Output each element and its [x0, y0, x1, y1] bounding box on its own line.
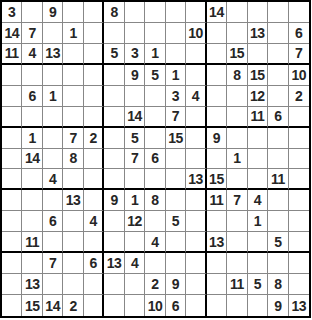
cell-r1c15[interactable]	[289, 2, 309, 23]
cell-r13c5[interactable]: 6	[84, 253, 104, 274]
cell-r6c12[interactable]	[227, 107, 247, 128]
cell-r5c5[interactable]	[84, 86, 104, 107]
cell-r14c11[interactable]	[207, 274, 227, 295]
cell-r7c2[interactable]: 1	[22, 128, 42, 149]
cell-r11c2[interactable]	[22, 211, 42, 232]
cell-r5c4[interactable]	[63, 86, 83, 107]
cell-r10c10[interactable]	[186, 190, 206, 211]
cell-r14c8[interactable]: 2	[145, 274, 165, 295]
cell-r9c10[interactable]: 13	[186, 169, 206, 190]
cell-r5c13[interactable]: 12	[248, 86, 268, 107]
cell-r8c1[interactable]	[2, 149, 22, 170]
cell-r12c4[interactable]	[63, 232, 83, 253]
cell-r5c2[interactable]: 6	[22, 86, 42, 107]
cell-r2c15[interactable]: 6	[289, 23, 309, 44]
cell-r3c5[interactable]	[84, 44, 104, 65]
cell-r1c8[interactable]	[145, 2, 165, 23]
cell-r3c10[interactable]	[186, 44, 206, 65]
cell-r14c12[interactable]: 11	[227, 274, 247, 295]
cell-r5c6[interactable]	[104, 86, 124, 107]
cell-r9c1[interactable]	[2, 169, 22, 190]
cell-r9c15[interactable]	[289, 169, 309, 190]
cell-r6c7[interactable]: 14	[125, 107, 145, 128]
cell-r7c10[interactable]	[186, 128, 206, 149]
cell-r10c2[interactable]	[22, 190, 42, 211]
cell-r13c8[interactable]	[145, 253, 165, 274]
cell-r15c9[interactable]: 6	[166, 295, 186, 316]
cell-r11c14[interactable]	[268, 211, 288, 232]
cell-r14c15[interactable]	[289, 274, 309, 295]
cell-r14c4[interactable]	[63, 274, 83, 295]
cell-r4c15[interactable]: 10	[289, 65, 309, 86]
cell-r8c15[interactable]	[289, 149, 309, 170]
cell-r11c15[interactable]	[289, 211, 309, 232]
cell-r1c11[interactable]: 14	[207, 2, 227, 23]
cell-r8c6[interactable]	[104, 149, 124, 170]
cell-r1c12[interactable]	[227, 2, 247, 23]
cell-r15c3[interactable]: 14	[43, 295, 63, 316]
cell-r12c11[interactable]: 13	[207, 232, 227, 253]
cell-r12c13[interactable]	[248, 232, 268, 253]
cell-r3c12[interactable]: 15	[227, 44, 247, 65]
cell-r12c9[interactable]	[166, 232, 186, 253]
cell-r8c4[interactable]: 8	[63, 149, 83, 170]
cell-r7c1[interactable]	[2, 128, 22, 149]
cell-r15c15[interactable]: 13	[289, 295, 309, 316]
cell-r1c6[interactable]: 8	[104, 2, 124, 23]
cell-r7c15[interactable]	[289, 128, 309, 149]
cell-r12c12[interactable]	[227, 232, 247, 253]
cell-r10c11[interactable]: 11	[207, 190, 227, 211]
cell-r12c10[interactable]	[186, 232, 206, 253]
cell-r10c1[interactable]	[2, 190, 22, 211]
cell-r11c5[interactable]: 4	[84, 211, 104, 232]
cell-r1c3[interactable]: 9	[43, 2, 63, 23]
cell-r7c9[interactable]: 15	[166, 128, 186, 149]
cell-r14c10[interactable]	[186, 274, 206, 295]
cell-r5c10[interactable]: 4	[186, 86, 206, 107]
cell-r1c4[interactable]	[63, 2, 83, 23]
cell-r13c1[interactable]	[2, 253, 22, 274]
cell-r3c13[interactable]	[248, 44, 268, 65]
cell-r6c14[interactable]: 6	[268, 107, 288, 128]
cell-r3c1[interactable]: 11	[2, 44, 22, 65]
cell-r15c1[interactable]	[2, 295, 22, 316]
cell-r8c7[interactable]: 7	[125, 149, 145, 170]
cell-r2c5[interactable]	[84, 23, 104, 44]
cell-r15c6[interactable]	[104, 295, 124, 316]
cell-r14c14[interactable]: 8	[268, 274, 288, 295]
cell-r9c3[interactable]: 4	[43, 169, 63, 190]
cell-r11c10[interactable]	[186, 211, 206, 232]
cell-r15c5[interactable]	[84, 295, 104, 316]
cell-r11c6[interactable]	[104, 211, 124, 232]
cell-r1c1[interactable]: 3	[2, 2, 22, 23]
cell-r11c12[interactable]	[227, 211, 247, 232]
cell-r1c9[interactable]	[166, 2, 186, 23]
cell-r12c3[interactable]	[43, 232, 63, 253]
cell-r11c8[interactable]	[145, 211, 165, 232]
cell-r4c6[interactable]	[104, 65, 124, 86]
cell-r1c2[interactable]	[22, 2, 42, 23]
cell-r12c5[interactable]	[84, 232, 104, 253]
cell-r6c2[interactable]	[22, 107, 42, 128]
cell-r1c14[interactable]	[268, 2, 288, 23]
cell-r10c8[interactable]: 8	[145, 190, 165, 211]
cell-r10c3[interactable]	[43, 190, 63, 211]
cell-r3c14[interactable]	[268, 44, 288, 65]
cell-r11c9[interactable]: 5	[166, 211, 186, 232]
cell-r10c12[interactable]: 7	[227, 190, 247, 211]
cell-r7c11[interactable]: 9	[207, 128, 227, 149]
cell-r7c7[interactable]: 5	[125, 128, 145, 149]
cell-r4c13[interactable]: 15	[248, 65, 268, 86]
cell-r11c1[interactable]	[2, 211, 22, 232]
cell-r8c3[interactable]	[43, 149, 63, 170]
cell-r15c7[interactable]	[125, 295, 145, 316]
cell-r7c12[interactable]	[227, 128, 247, 149]
cell-r4c4[interactable]	[63, 65, 83, 86]
cell-r13c7[interactable]: 4	[125, 253, 145, 274]
cell-r2c4[interactable]: 1	[63, 23, 83, 44]
cell-r9c7[interactable]	[125, 169, 145, 190]
cell-r7c3[interactable]	[43, 128, 63, 149]
cell-r14c9[interactable]: 9	[166, 274, 186, 295]
cell-r3c3[interactable]: 13	[43, 44, 63, 65]
cell-r2c7[interactable]	[125, 23, 145, 44]
cell-r13c2[interactable]	[22, 253, 42, 274]
cell-r4c3[interactable]	[43, 65, 63, 86]
cell-r15c14[interactable]: 9	[268, 295, 288, 316]
cell-r3c2[interactable]: 4	[22, 44, 42, 65]
cell-r13c10[interactable]	[186, 253, 206, 274]
cell-r3c9[interactable]	[166, 44, 186, 65]
cell-r11c11[interactable]	[207, 211, 227, 232]
cell-r2c1[interactable]: 14	[2, 23, 22, 44]
cell-r5c8[interactable]	[145, 86, 165, 107]
cell-r6c10[interactable]	[186, 107, 206, 128]
cell-r9c14[interactable]: 11	[268, 169, 288, 190]
cell-r6c11[interactable]	[207, 107, 227, 128]
cell-r6c4[interactable]	[63, 107, 83, 128]
cell-r3c11[interactable]	[207, 44, 227, 65]
cell-r5c14[interactable]	[268, 86, 288, 107]
cell-r14c2[interactable]: 13	[22, 274, 42, 295]
cell-r4c7[interactable]: 9	[125, 65, 145, 86]
cell-r2c6[interactable]	[104, 23, 124, 44]
cell-r1c7[interactable]	[125, 2, 145, 23]
cell-r4c10[interactable]	[186, 65, 206, 86]
cell-r10c13[interactable]: 4	[248, 190, 268, 211]
cell-r10c14[interactable]	[268, 190, 288, 211]
cell-r4c14[interactable]	[268, 65, 288, 86]
cell-r8c8[interactable]: 6	[145, 149, 165, 170]
cell-r11c7[interactable]: 12	[125, 211, 145, 232]
cell-r8c14[interactable]	[268, 149, 288, 170]
cell-r2c2[interactable]: 7	[22, 23, 42, 44]
cell-r2c11[interactable]	[207, 23, 227, 44]
cell-r15c12[interactable]	[227, 295, 247, 316]
cell-r6c13[interactable]: 11	[248, 107, 268, 128]
cell-r9c2[interactable]	[22, 169, 42, 190]
cell-r1c10[interactable]	[186, 2, 206, 23]
cell-r6c6[interactable]	[104, 107, 124, 128]
cell-r8c9[interactable]	[166, 149, 186, 170]
cell-r8c10[interactable]	[186, 149, 206, 170]
cell-r5c15[interactable]: 2	[289, 86, 309, 107]
cell-r5c9[interactable]: 3	[166, 86, 186, 107]
cell-r4c9[interactable]: 1	[166, 65, 186, 86]
cell-r13c6[interactable]: 13	[104, 253, 124, 274]
cell-r2c9[interactable]	[166, 23, 186, 44]
cell-r8c13[interactable]	[248, 149, 268, 170]
cell-r14c6[interactable]	[104, 274, 124, 295]
cell-r1c13[interactable]	[248, 2, 268, 23]
cell-r4c12[interactable]: 8	[227, 65, 247, 86]
cell-r3c6[interactable]: 5	[104, 44, 124, 65]
cell-r10c4[interactable]: 13	[63, 190, 83, 211]
cell-r10c15[interactable]	[289, 190, 309, 211]
cell-r6c1[interactable]	[2, 107, 22, 128]
cell-r3c15[interactable]: 7	[289, 44, 309, 65]
cell-r11c3[interactable]: 6	[43, 211, 63, 232]
cell-r2c3[interactable]	[43, 23, 63, 44]
cell-r8c5[interactable]	[84, 149, 104, 170]
cell-r11c4[interactable]	[63, 211, 83, 232]
cell-r13c9[interactable]	[166, 253, 186, 274]
cell-r4c11[interactable]	[207, 65, 227, 86]
cell-r13c12[interactable]	[227, 253, 247, 274]
cell-r10c5[interactable]	[84, 190, 104, 211]
cell-r10c6[interactable]: 9	[104, 190, 124, 211]
cell-r7c6[interactable]	[104, 128, 124, 149]
cell-r13c13[interactable]	[248, 253, 268, 274]
cell-r4c1[interactable]	[2, 65, 22, 86]
cell-r5c3[interactable]: 1	[43, 86, 63, 107]
sudoku-screen: 3981414711013611413531157951815106134122…	[0, 0, 312, 320]
cell-r7c13[interactable]	[248, 128, 268, 149]
cell-r3c8[interactable]: 1	[145, 44, 165, 65]
cell-r12c8[interactable]: 4	[145, 232, 165, 253]
cell-r6c3[interactable]	[43, 107, 63, 128]
cell-r7c4[interactable]: 7	[63, 128, 83, 149]
cell-r15c10[interactable]	[186, 295, 206, 316]
cell-r1c5[interactable]	[84, 2, 104, 23]
cell-r10c9[interactable]	[166, 190, 186, 211]
cell-r3c4[interactable]	[63, 44, 83, 65]
cell-r13c3[interactable]: 7	[43, 253, 63, 274]
cell-r15c13[interactable]	[248, 295, 268, 316]
cell-r12c2[interactable]: 11	[22, 232, 42, 253]
cell-r8c11[interactable]	[207, 149, 227, 170]
cell-r15c11[interactable]	[207, 295, 227, 316]
cell-r6c8[interactable]	[145, 107, 165, 128]
cell-r15c2[interactable]: 15	[22, 295, 42, 316]
cell-r12c6[interactable]	[104, 232, 124, 253]
cell-r4c5[interactable]	[84, 65, 104, 86]
cell-r9c9[interactable]	[166, 169, 186, 190]
cell-r12c15[interactable]	[289, 232, 309, 253]
cell-r2c13[interactable]: 13	[248, 23, 268, 44]
cell-r6c15[interactable]	[289, 107, 309, 128]
cell-r14c5[interactable]	[84, 274, 104, 295]
cell-r9c13[interactable]	[248, 169, 268, 190]
cell-r5c11[interactable]	[207, 86, 227, 107]
cell-r15c8[interactable]: 10	[145, 295, 165, 316]
cell-r9c4[interactable]	[63, 169, 83, 190]
cell-r13c11[interactable]	[207, 253, 227, 274]
cell-r9c5[interactable]	[84, 169, 104, 190]
cell-r9c8[interactable]	[145, 169, 165, 190]
cell-r11c13[interactable]: 1	[248, 211, 268, 232]
cell-r2c8[interactable]	[145, 23, 165, 44]
cell-r10c7[interactable]: 1	[125, 190, 145, 211]
cell-r5c12[interactable]	[227, 86, 247, 107]
cell-r13c15[interactable]	[289, 253, 309, 274]
cell-r9c11[interactable]: 15	[207, 169, 227, 190]
cell-r14c3[interactable]	[43, 274, 63, 295]
cell-r8c2[interactable]: 14	[22, 149, 42, 170]
cell-r14c1[interactable]	[2, 274, 22, 295]
cell-r6c5[interactable]	[84, 107, 104, 128]
cell-r9c12[interactable]	[227, 169, 247, 190]
cell-r7c8[interactable]	[145, 128, 165, 149]
cell-r13c14[interactable]	[268, 253, 288, 274]
cell-r7c14[interactable]	[268, 128, 288, 149]
cell-r14c13[interactable]: 5	[248, 274, 268, 295]
cell-r9c6[interactable]	[104, 169, 124, 190]
cell-r12c7[interactable]	[125, 232, 145, 253]
cell-r2c14[interactable]	[268, 23, 288, 44]
cell-r5c7[interactable]	[125, 86, 145, 107]
cell-r4c2[interactable]	[22, 65, 42, 86]
cell-r7c5[interactable]: 2	[84, 128, 104, 149]
cell-r12c1[interactable]	[2, 232, 22, 253]
cell-r8c12[interactable]: 1	[227, 149, 247, 170]
sudoku-board: 3981414711013611413531157951815106134122…	[0, 0, 311, 318]
cell-r12c14[interactable]: 5	[268, 232, 288, 253]
cell-r3c7[interactable]: 3	[125, 44, 145, 65]
cell-r5c1[interactable]	[2, 86, 22, 107]
cell-r6c9[interactable]: 7	[166, 107, 186, 128]
cell-r15c4[interactable]: 2	[63, 295, 83, 316]
cell-r2c10[interactable]: 10	[186, 23, 206, 44]
cell-r2c12[interactable]	[227, 23, 247, 44]
cell-r14c7[interactable]	[125, 274, 145, 295]
cell-r4c8[interactable]: 5	[145, 65, 165, 86]
cell-r13c4[interactable]	[63, 253, 83, 274]
